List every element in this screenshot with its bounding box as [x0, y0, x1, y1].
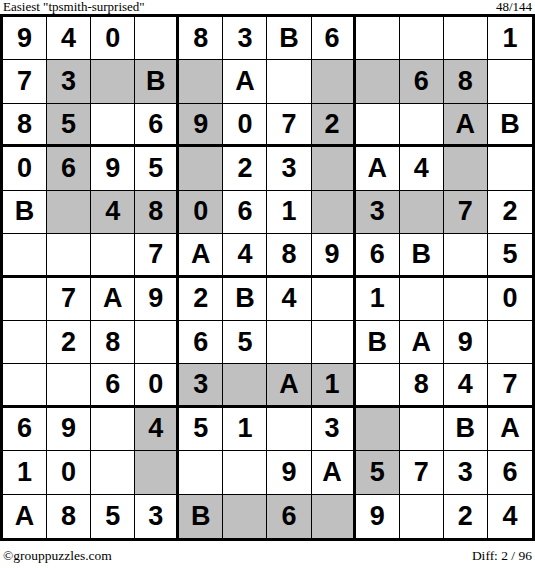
- cell-r7c8[interactable]: [312, 278, 356, 321]
- cell-r6c8[interactable]: 9: [312, 234, 356, 277]
- cell-r3c8[interactable]: 2: [312, 104, 356, 147]
- cell-r5c3[interactable]: 4: [91, 191, 135, 234]
- cell-r4c4[interactable]: 5: [135, 147, 179, 190]
- cell-r9c4[interactable]: 0: [135, 364, 179, 407]
- cell-r12c3[interactable]: 5: [91, 495, 135, 538]
- cell-r1c11[interactable]: [444, 17, 488, 60]
- cell-r12c2[interactable]: 8: [47, 495, 91, 538]
- cell-r10c8[interactable]: 3: [312, 408, 356, 451]
- cell-r7c5[interactable]: 2: [179, 278, 223, 321]
- cell-r5c2[interactable]: [47, 191, 91, 234]
- cell-r4c3[interactable]: 9: [91, 147, 135, 190]
- cell-r11c10[interactable]: 7: [400, 451, 444, 494]
- cell-r4c1[interactable]: 0: [3, 147, 47, 190]
- cell-r8c2[interactable]: 2: [47, 321, 91, 364]
- cell-r4c8[interactable]: [312, 147, 356, 190]
- cell-r9c6[interactable]: [223, 364, 267, 407]
- cell-r7c6[interactable]: B: [223, 278, 267, 321]
- clue-counter: 48/144: [496, 0, 532, 14]
- cell-r2c4[interactable]: B: [135, 60, 179, 103]
- cell-r5c12[interactable]: 2: [488, 191, 532, 234]
- cell-r2c1[interactable]: 7: [3, 60, 47, 103]
- cell-r7c4[interactable]: 9: [135, 278, 179, 321]
- cell-r10c4[interactable]: 4: [135, 408, 179, 451]
- cell-r7c1[interactable]: [3, 278, 47, 321]
- cell-r8c4[interactable]: [135, 321, 179, 364]
- cell-r9c2[interactable]: [47, 364, 91, 407]
- cell-r12c6[interactable]: [223, 495, 267, 538]
- cell-r8c10[interactable]: A: [400, 321, 444, 364]
- cell-r10c5[interactable]: 5: [179, 408, 223, 451]
- cell-r1c8[interactable]: 6: [312, 17, 356, 60]
- footer: ©grouppuzzles.com Diff: 2 / 96: [0, 543, 535, 568]
- cell-r12c11[interactable]: 2: [444, 495, 488, 538]
- cell-r3c4[interactable]: 6: [135, 104, 179, 147]
- sudoku-board: 94083B6173BA688569072AB069523A4B48061372…: [0, 14, 535, 541]
- cell-r5c5[interactable]: 0: [179, 191, 223, 234]
- cell-r9c3[interactable]: 6: [91, 364, 135, 407]
- cell-r12c4[interactable]: 3: [135, 495, 179, 538]
- cell-r11c12[interactable]: 6: [488, 451, 532, 494]
- cell-r1c7[interactable]: B: [267, 17, 311, 60]
- cell-r2c10[interactable]: 6: [400, 60, 444, 103]
- cell-r1c1[interactable]: 9: [3, 17, 47, 60]
- cell-r2c12[interactable]: [488, 60, 532, 103]
- cell-r4c10[interactable]: 4: [400, 147, 444, 190]
- cell-r2c5[interactable]: [179, 60, 223, 103]
- cell-r6c11[interactable]: [444, 234, 488, 277]
- cell-r3c2[interactable]: 5: [47, 104, 91, 147]
- cell-r3c6[interactable]: 0: [223, 104, 267, 147]
- copyright-text: ©grouppuzzles.com: [3, 548, 112, 564]
- cell-r9c10[interactable]: 8: [400, 364, 444, 407]
- cell-r4c7[interactable]: 3: [267, 147, 311, 190]
- cell-r2c6[interactable]: A: [223, 60, 267, 103]
- cell-r10c11[interactable]: B: [444, 408, 488, 451]
- cell-r3c1[interactable]: 8: [3, 104, 47, 147]
- cell-r12c10[interactable]: [400, 495, 444, 538]
- cell-r11c3[interactable]: [91, 451, 135, 494]
- cell-r2c9[interactable]: [356, 60, 400, 103]
- cell-r3c3[interactable]: [91, 104, 135, 147]
- cell-r4c9[interactable]: A: [356, 147, 400, 190]
- cell-r10c9[interactable]: [356, 408, 400, 451]
- cell-r9c5[interactable]: 3: [179, 364, 223, 407]
- cell-r11c2[interactable]: 0: [47, 451, 91, 494]
- cell-r7c12[interactable]: 0: [488, 278, 532, 321]
- cell-r6c4[interactable]: 7: [135, 234, 179, 277]
- cell-r1c3[interactable]: 0: [91, 17, 135, 60]
- cell-r9c1[interactable]: [3, 364, 47, 407]
- cell-r1c5[interactable]: 8: [179, 17, 223, 60]
- cell-r6c10[interactable]: B: [400, 234, 444, 277]
- cell-r9c12[interactable]: 7: [488, 364, 532, 407]
- difficulty-text: Diff: 2 / 96: [472, 548, 532, 564]
- cell-r6c2[interactable]: [47, 234, 91, 277]
- cell-r7c9[interactable]: 1: [356, 278, 400, 321]
- cell-r1c2[interactable]: 4: [47, 17, 91, 60]
- cell-r8c11[interactable]: 9: [444, 321, 488, 364]
- cell-r5c4[interactable]: 8: [135, 191, 179, 234]
- cell-r10c7[interactable]: [267, 408, 311, 451]
- cell-r11c1[interactable]: 1: [3, 451, 47, 494]
- cell-r7c11[interactable]: [444, 278, 488, 321]
- cell-r7c2[interactable]: 7: [47, 278, 91, 321]
- cell-r11c6[interactable]: [223, 451, 267, 494]
- cell-r11c8[interactable]: A: [312, 451, 356, 494]
- cell-r4c2[interactable]: 6: [47, 147, 91, 190]
- cell-r3c7[interactable]: 7: [267, 104, 311, 147]
- cell-r4c12[interactable]: [488, 147, 532, 190]
- cell-r11c11[interactable]: 3: [444, 451, 488, 494]
- cell-r3c11[interactable]: A: [444, 104, 488, 147]
- cell-r6c1[interactable]: [3, 234, 47, 277]
- cell-r5c11[interactable]: 7: [444, 191, 488, 234]
- cell-r8c9[interactable]: B: [356, 321, 400, 364]
- cell-r10c10[interactable]: [400, 408, 444, 451]
- cell-r6c7[interactable]: 8: [267, 234, 311, 277]
- cell-r1c6[interactable]: 3: [223, 17, 267, 60]
- cell-r7c7[interactable]: 4: [267, 278, 311, 321]
- cell-r11c9[interactable]: 5: [356, 451, 400, 494]
- cell-r1c4[interactable]: [135, 17, 179, 60]
- cell-r5c7[interactable]: 1: [267, 191, 311, 234]
- cell-r9c11[interactable]: 4: [444, 364, 488, 407]
- cell-r9c8[interactable]: 1: [312, 364, 356, 407]
- cell-r7c3[interactable]: A: [91, 278, 135, 321]
- cell-r4c6[interactable]: 2: [223, 147, 267, 190]
- cell-r6c12[interactable]: 5: [488, 234, 532, 277]
- cell-r6c6[interactable]: 4: [223, 234, 267, 277]
- cell-r9c9[interactable]: [356, 364, 400, 407]
- cell-r2c3[interactable]: [91, 60, 135, 103]
- cell-r8c6[interactable]: 5: [223, 321, 267, 364]
- cell-r3c10[interactable]: [400, 104, 444, 147]
- header: Easiest "tpsmith-surprised" 48/144: [0, 0, 535, 14]
- cell-r6c5[interactable]: A: [179, 234, 223, 277]
- cell-r8c12[interactable]: [488, 321, 532, 364]
- cell-r3c12[interactable]: B: [488, 104, 532, 147]
- cell-r10c12[interactable]: A: [488, 408, 532, 451]
- cell-r11c5[interactable]: [179, 451, 223, 494]
- cell-r8c8[interactable]: [312, 321, 356, 364]
- cell-r4c11[interactable]: [444, 147, 488, 190]
- cell-r12c7[interactable]: 6: [267, 495, 311, 538]
- cell-r3c9[interactable]: [356, 104, 400, 147]
- cell-r1c10[interactable]: [400, 17, 444, 60]
- cell-r10c6[interactable]: 1: [223, 408, 267, 451]
- cell-r9c7[interactable]: A: [267, 364, 311, 407]
- puzzle-title: Easiest "tpsmith-surprised": [3, 0, 145, 14]
- cell-r2c8[interactable]: [312, 60, 356, 103]
- cell-r4c5[interactable]: [179, 147, 223, 190]
- cell-r5c10[interactable]: [400, 191, 444, 234]
- cell-r10c3[interactable]: [91, 408, 135, 451]
- cell-r6c9[interactable]: 6: [356, 234, 400, 277]
- cell-r8c5[interactable]: 6: [179, 321, 223, 364]
- cell-r6c3[interactable]: [91, 234, 135, 277]
- cell-r2c11[interactable]: 8: [444, 60, 488, 103]
- cell-r12c12[interactable]: 4: [488, 495, 532, 538]
- cell-r2c7[interactable]: [267, 60, 311, 103]
- cell-r8c3[interactable]: 8: [91, 321, 135, 364]
- cell-r11c4[interactable]: [135, 451, 179, 494]
- cell-r1c12[interactable]: 1: [488, 17, 532, 60]
- cell-r11c7[interactable]: 9: [267, 451, 311, 494]
- cell-r12c8[interactable]: [312, 495, 356, 538]
- cell-r7c10[interactable]: [400, 278, 444, 321]
- cell-r5c8[interactable]: [312, 191, 356, 234]
- cell-r10c1[interactable]: 6: [3, 408, 47, 451]
- cell-r12c9[interactable]: 9: [356, 495, 400, 538]
- cell-r10c2[interactable]: 9: [47, 408, 91, 451]
- cell-r2c2[interactable]: 3: [47, 60, 91, 103]
- cell-r12c5[interactable]: B: [179, 495, 223, 538]
- cell-r5c6[interactable]: 6: [223, 191, 267, 234]
- cell-r12c1[interactable]: A: [3, 495, 47, 538]
- cell-r8c7[interactable]: [267, 321, 311, 364]
- cell-r5c1[interactable]: B: [3, 191, 47, 234]
- cell-r5c9[interactable]: 3: [356, 191, 400, 234]
- cell-r8c1[interactable]: [3, 321, 47, 364]
- cell-r1c9[interactable]: [356, 17, 400, 60]
- cell-r3c5[interactable]: 9: [179, 104, 223, 147]
